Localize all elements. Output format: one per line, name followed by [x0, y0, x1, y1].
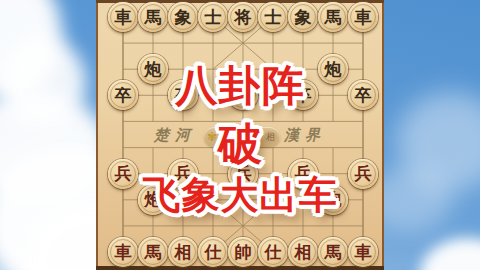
piece-red-f4r10[interactable]: 仕: [198, 237, 228, 267]
piece-red-f1r10[interactable]: 車: [108, 237, 138, 267]
river-badge: ✾ 将 相: [204, 127, 280, 147]
piece-black-f8r1[interactable]: 馬: [318, 2, 348, 32]
cloud: [420, 238, 480, 270]
piece-label: 卒: [175, 87, 192, 104]
wheat-icon: ✾: [207, 131, 217, 143]
piece-label: 兵: [355, 165, 372, 182]
piece-label: 車: [355, 9, 372, 26]
video-frame: 楚河 漢界 ✾ 将 相 車馬象士将士象馬車炮炮卒卒卒卒卒兵兵兵兵兵炮炮車馬相仕帥…: [0, 0, 480, 270]
piece-black-f7r1[interactable]: 象: [288, 2, 318, 32]
piece-label: 馬: [325, 244, 342, 261]
piece-label: 炮: [325, 191, 342, 208]
river-label-right: 漢界: [284, 126, 326, 144]
piece-red-f8r8[interactable]: 炮: [318, 185, 348, 215]
piece-label: 馬: [325, 9, 342, 26]
piece-black-f1r1[interactable]: 車: [108, 2, 138, 32]
piece-label: 炮: [145, 61, 162, 78]
piece-black-f2r3[interactable]: 炮: [138, 54, 168, 84]
sky-right: [384, 0, 480, 270]
piece-red-f9r10[interactable]: 車: [348, 237, 378, 267]
piece-black-f5r1[interactable]: 将: [228, 2, 258, 32]
piece-black-f8r3[interactable]: 炮: [318, 54, 348, 84]
piece-black-f3r1[interactable]: 象: [168, 2, 198, 32]
badge-seal: 将: [247, 131, 260, 144]
piece-label: 車: [115, 244, 132, 261]
piece-label: 士: [265, 9, 282, 26]
piece-black-f2r1[interactable]: 馬: [138, 2, 168, 32]
piece-label: 卒: [115, 87, 132, 104]
piece-label: 将: [235, 9, 252, 26]
piece-red-f7r10[interactable]: 相: [288, 237, 318, 267]
piece-label: 兵: [115, 165, 132, 182]
piece-red-f9r7[interactable]: 兵: [348, 159, 378, 189]
piece-black-f9r1[interactable]: 車: [348, 2, 378, 32]
piece-black-f4r1[interactable]: 士: [198, 2, 228, 32]
piece-label: 相: [295, 244, 312, 261]
piece-red-f1r7[interactable]: 兵: [108, 159, 138, 189]
piece-label: 仕: [265, 244, 282, 261]
piece-red-f2r10[interactable]: 馬: [138, 237, 168, 267]
piece-red-f3r10[interactable]: 相: [168, 237, 198, 267]
piece-red-f8r10[interactable]: 馬: [318, 237, 348, 267]
piece-label: 士: [205, 9, 222, 26]
piece-label: 卒: [235, 87, 252, 104]
piece-label: 兵: [295, 165, 312, 182]
piece-label: 馬: [145, 244, 162, 261]
piece-red-f3r7[interactable]: 兵: [168, 159, 198, 189]
piece-label: 仕: [205, 244, 222, 261]
piece-label: 相: [175, 244, 192, 261]
piece-red-f6r10[interactable]: 仕: [258, 237, 288, 267]
river-label-left: 楚河: [154, 126, 196, 144]
piece-label: 兵: [175, 165, 192, 182]
piece-label: 車: [355, 244, 372, 261]
piece-label: 帥: [235, 244, 252, 261]
piece-label: 卒: [355, 87, 372, 104]
piece-label: 炮: [145, 191, 162, 208]
piece-label: 炮: [325, 61, 342, 78]
piece-label: 象: [295, 9, 312, 26]
piece-red-f5r10[interactable]: 帥: [228, 237, 258, 267]
piece-label: 車: [115, 9, 132, 26]
piece-label: 馬: [145, 9, 162, 26]
piece-red-f2r8[interactable]: 炮: [138, 185, 168, 215]
xiangqi-board: 楚河 漢界 ✾ 将 相 車馬象士将士象馬車炮炮卒卒卒卒卒兵兵兵兵兵炮炮車馬相仕帥…: [96, 0, 384, 270]
piece-black-f6r1[interactable]: 士: [258, 2, 288, 32]
piece-red-f5r7[interactable]: 兵: [228, 159, 258, 189]
sky-left: [0, 0, 96, 270]
piece-label: 卒: [295, 87, 312, 104]
piece-label: 兵: [235, 165, 252, 182]
badge-seal: 相: [264, 131, 277, 144]
piece-red-f7r7[interactable]: 兵: [288, 159, 318, 189]
piece-label: 象: [175, 9, 192, 26]
